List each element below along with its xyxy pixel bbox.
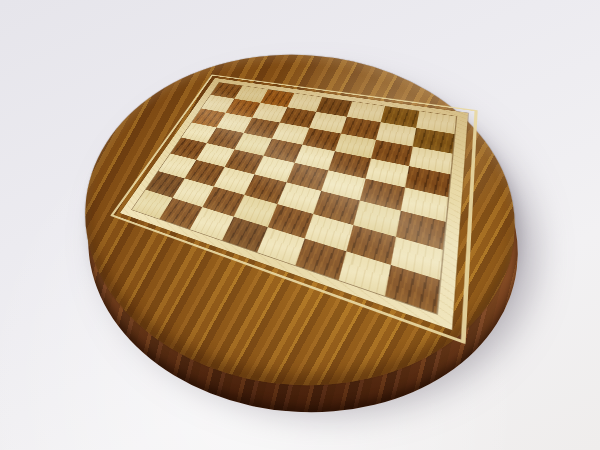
photo-of-round-chess-board [0, 0, 600, 450]
